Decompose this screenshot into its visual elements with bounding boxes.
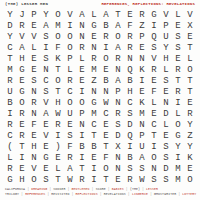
grid-cell: A xyxy=(136,152,148,163)
grid-cell: E xyxy=(184,163,196,174)
grid-cell: P xyxy=(64,54,76,65)
grid-cell: S xyxy=(148,174,160,185)
grid-cell: R xyxy=(172,87,184,98)
grid-cell: E xyxy=(16,163,28,174)
grid-cell: R xyxy=(76,174,88,185)
grid-cell: V xyxy=(28,32,40,43)
grid-cell: O xyxy=(100,54,112,65)
grid-cell: V xyxy=(28,163,40,174)
grid-cell: R xyxy=(76,43,88,54)
grid-cell: R xyxy=(124,32,136,43)
grid-cell: A xyxy=(64,163,76,174)
grid-cell: T xyxy=(52,87,64,98)
grid-cell: R xyxy=(100,32,112,43)
grid-cell: T xyxy=(112,10,124,21)
grid-cell: R xyxy=(64,76,76,87)
grid-cell: R xyxy=(28,98,40,109)
grid-cell: E xyxy=(136,87,148,98)
grid-cell: N xyxy=(28,108,40,119)
word-list-word: GENTLEMEN xyxy=(71,187,89,191)
grid-cell: E xyxy=(172,21,184,32)
grid-cell: Z xyxy=(136,21,148,32)
grid-cell: E xyxy=(52,152,64,163)
grid-cell: O xyxy=(52,76,64,87)
grid-cell: D xyxy=(112,130,124,141)
grid-cell: C xyxy=(88,119,100,130)
grid-cell: O xyxy=(184,174,196,185)
grid-cell: H xyxy=(52,98,64,109)
grid-cell: I xyxy=(148,141,160,152)
grid-cell: Y xyxy=(4,10,16,21)
grid-cell: T xyxy=(52,65,64,76)
grid-cell: E xyxy=(88,152,100,163)
grid-cell: E xyxy=(28,65,40,76)
grid-cell: Y xyxy=(160,43,172,54)
grid-cell: E xyxy=(160,87,172,98)
grid-cell: L xyxy=(76,54,88,65)
grid-cell: A xyxy=(40,21,52,32)
grid-cell: I xyxy=(76,152,88,163)
grid-cell: R xyxy=(4,163,16,174)
grid-cell: F xyxy=(28,119,40,130)
grid-cell: N xyxy=(136,119,148,130)
grid-cell: S xyxy=(64,130,76,141)
grid-cell: A xyxy=(112,76,124,87)
word-list-word: LESSER xyxy=(146,187,158,191)
grid-cell: L xyxy=(160,119,172,130)
grid-cell: N xyxy=(100,87,112,98)
grid-cell: R xyxy=(148,65,160,76)
grid-cell: M xyxy=(172,174,184,185)
grid-cell: I xyxy=(4,108,16,119)
grid-cell: J xyxy=(16,10,28,21)
grid-cell: N xyxy=(76,119,88,130)
grid-cell: N xyxy=(112,152,124,163)
grid-cell: U xyxy=(4,87,16,98)
grid-cell: K xyxy=(136,98,148,109)
grid-cell: M xyxy=(88,108,100,119)
grid-cell: R xyxy=(4,76,16,87)
grid-cell: E xyxy=(124,10,136,21)
grid-cell: V xyxy=(40,98,52,109)
grid-cell: E xyxy=(148,108,160,119)
grid-cell: S xyxy=(172,43,184,54)
grid-cell: O xyxy=(52,10,64,21)
grid-cell: T xyxy=(88,130,100,141)
grid-cell: S xyxy=(160,152,172,163)
grid-cell: X xyxy=(184,21,196,32)
grid-cell: A xyxy=(40,108,52,119)
grid-cell: O xyxy=(28,174,40,185)
grid-cell: T xyxy=(184,43,196,54)
grid-cell: L xyxy=(148,98,160,109)
grid-cell: E xyxy=(16,76,28,87)
grid-cell: I xyxy=(136,76,148,87)
grid-cell: I xyxy=(172,98,184,109)
word-list-line-2: TRILOGY | REFERENCES | REVISITED | REFLE… xyxy=(5,192,195,197)
grid-cell: I xyxy=(88,163,100,174)
grid-cell: E xyxy=(28,130,40,141)
grid-cell: N xyxy=(160,98,172,109)
word-list-word: REVELATIONS xyxy=(104,192,126,196)
grid-cell: O xyxy=(64,98,76,109)
word-list-word: CALIFORNIA xyxy=(5,187,25,191)
grid-cell: D xyxy=(160,108,172,119)
grid-cell: H xyxy=(124,87,136,98)
grid-cell: O xyxy=(148,152,160,163)
grid-cell: S xyxy=(40,54,52,65)
grid-cell: E xyxy=(28,21,40,32)
grid-cell: R xyxy=(88,54,100,65)
grid-cell: L xyxy=(28,43,40,54)
grid-cell: I xyxy=(76,130,88,141)
grid-cell: C xyxy=(148,119,160,130)
grid-cell: E xyxy=(76,65,88,76)
grid-cell: P xyxy=(112,87,124,98)
word-list-word: (THE) xyxy=(130,187,140,191)
grid-cell: T xyxy=(148,130,160,141)
grid-cell: N xyxy=(112,163,124,174)
grid-cell: O xyxy=(172,119,184,130)
grid-cell: Q xyxy=(124,130,136,141)
word-list-word: TRILOGY xyxy=(5,192,19,196)
grid-cell: E xyxy=(88,32,100,43)
grid-cell: S xyxy=(40,174,52,185)
grid-cell: E xyxy=(40,141,52,152)
grid-cell: K xyxy=(52,54,64,65)
grid-cell: W xyxy=(52,108,64,119)
grid-cell: D xyxy=(160,163,172,174)
word-search-grid: YJPYOVALATERGVLVDREAMINGBAFZIPEXYVVSOONE… xyxy=(4,10,196,185)
grid-cell: C xyxy=(4,130,16,141)
grid-cell: B xyxy=(124,152,136,163)
grid-cell: V xyxy=(16,32,28,43)
grid-cell: E xyxy=(100,65,112,76)
grid-cell: R xyxy=(136,10,148,21)
grid-cell: S xyxy=(136,163,148,174)
word-list-word: GHOSTWRITER xyxy=(154,192,176,196)
grid-cell: U xyxy=(160,32,172,43)
grid-cell: R xyxy=(124,43,136,54)
grid-cell: Y xyxy=(184,141,196,152)
grid-cell: N xyxy=(88,87,100,98)
grid-cell: O xyxy=(52,32,64,43)
grid-cell: F xyxy=(52,43,64,54)
grid-cell: I xyxy=(16,152,28,163)
grid-cell: E xyxy=(184,98,196,109)
grid-cell: R xyxy=(16,130,28,141)
grid-cell: O xyxy=(184,65,196,76)
grid-cell: M xyxy=(52,21,64,32)
grid-cell: M xyxy=(136,108,148,119)
grid-cell: C xyxy=(40,76,52,87)
grid-cell: E xyxy=(184,32,196,43)
word-list-word: SOONER xyxy=(53,187,65,191)
grid-cell: W xyxy=(64,174,76,185)
grid-cell: H xyxy=(16,54,28,65)
grid-cell: B xyxy=(100,21,112,32)
grid-cell: T xyxy=(172,76,184,87)
word-list-word: BABIES xyxy=(112,187,124,191)
grid-cell: I xyxy=(88,174,100,185)
grid-cell: R xyxy=(16,21,28,32)
grid-cell: R xyxy=(112,54,124,65)
grid-cell: W xyxy=(136,174,148,185)
grid-cell: E xyxy=(112,174,124,185)
grid-cell: G xyxy=(16,65,28,76)
grid-cell: B xyxy=(4,98,16,109)
grid-cell: V xyxy=(64,10,76,21)
grid-cell: O xyxy=(100,163,112,174)
grid-cell: C xyxy=(64,87,76,98)
grid-cell: C xyxy=(124,98,136,109)
grid-cell: B xyxy=(100,76,112,87)
word-list-word: DREAMING xyxy=(31,187,47,191)
grid-cell: R xyxy=(16,108,28,119)
grid-cell: G xyxy=(16,87,28,98)
grid-cell: O xyxy=(76,98,88,109)
grid-cell: E xyxy=(160,130,172,141)
grid-cell: L xyxy=(172,10,184,21)
grid-cell: G xyxy=(172,130,184,141)
grid-cell: R xyxy=(4,119,16,130)
grid-cell: F xyxy=(100,152,112,163)
grid-cell: C xyxy=(4,43,16,54)
grid-cell: B xyxy=(76,141,88,152)
grid-cell: E xyxy=(100,119,112,130)
grid-cell: R xyxy=(184,108,196,119)
grid-cell: Z xyxy=(184,130,196,141)
grid-cell: P xyxy=(28,10,40,21)
grid-cell: E xyxy=(64,119,76,130)
grid-cell: L xyxy=(184,54,196,65)
grid-cell: Z xyxy=(88,76,100,87)
grid-cell: S xyxy=(160,141,172,152)
grid-cell: G xyxy=(148,10,160,21)
grid-cell: L xyxy=(160,65,172,76)
grid-cell: A xyxy=(112,43,124,54)
grid-cell: T xyxy=(52,174,64,185)
word-list-word: LOTTERY xyxy=(182,192,196,196)
grid-cell: I xyxy=(76,87,88,98)
grid-cell: M xyxy=(172,163,184,174)
grid-cell: P xyxy=(160,21,172,32)
grid-cell: N xyxy=(112,98,124,109)
grid-cell: L xyxy=(64,65,76,76)
grid-cell: E xyxy=(40,119,52,130)
grid-cell: T xyxy=(100,141,112,152)
word-search-poster: (THE) LESSER MEN REFERENCES, REFLECTIONS… xyxy=(0,0,200,200)
word-list-word: SCORE xyxy=(96,187,106,191)
grid-cell: A xyxy=(76,10,88,21)
grid-cell: G xyxy=(88,98,100,109)
grid-cell: R xyxy=(64,152,76,163)
grid-cell: E xyxy=(40,163,52,174)
grid-cell: T xyxy=(76,163,88,174)
grid-cell: T xyxy=(100,174,112,185)
grid-cell: I xyxy=(40,43,52,54)
grid-cell: B xyxy=(88,141,100,152)
grid-cell: G xyxy=(40,152,52,163)
grid-cell: N xyxy=(136,54,148,65)
grid-cell: L xyxy=(88,10,100,21)
grid-cell: A xyxy=(112,21,124,32)
grid-cell: I xyxy=(100,43,112,54)
grid-cell: E xyxy=(16,119,28,130)
grid-cell: K xyxy=(136,65,148,76)
grid-cell: N xyxy=(28,152,40,163)
word-list-word: LINGERIE xyxy=(132,192,148,196)
grid-cell: V xyxy=(184,10,196,21)
grid-cell: E xyxy=(76,76,88,87)
grid-cell: X xyxy=(112,141,124,152)
grid-cell: U xyxy=(136,141,148,152)
grid-cell: K xyxy=(184,152,196,163)
grid-cell: ( xyxy=(4,141,16,152)
grid-cell: Y xyxy=(40,10,52,21)
grid-cell: S xyxy=(28,76,40,87)
grid-cell: L xyxy=(4,152,16,163)
grid-cell: A xyxy=(100,10,112,21)
grid-cell: M xyxy=(88,65,100,76)
grid-cell: Y xyxy=(184,119,196,130)
grid-cell: S xyxy=(160,174,172,185)
grid-cell: T xyxy=(184,76,196,87)
grid-cell: T xyxy=(16,141,28,152)
grid-cell: S xyxy=(112,119,124,130)
grid-cell: S xyxy=(148,43,160,54)
grid-cell: S xyxy=(172,32,184,43)
grid-cell: B xyxy=(124,76,136,87)
grid-cell: N xyxy=(28,87,40,98)
grid-cell: O xyxy=(64,32,76,43)
grid-cell: G xyxy=(88,21,100,32)
grid-cell: S xyxy=(124,108,136,119)
grid-cell: E xyxy=(100,130,112,141)
grid-cell: F xyxy=(124,21,136,32)
grid-cell: D xyxy=(124,119,136,130)
grid-cell: G xyxy=(4,174,16,185)
grid-cell: S xyxy=(160,76,172,87)
grid-cell: R xyxy=(52,119,64,130)
grid-cell: F xyxy=(64,141,76,152)
grid-cell: S xyxy=(40,32,52,43)
word-list-word: REVISITED xyxy=(51,192,69,196)
grid-cell: U xyxy=(64,108,76,119)
grid-cell: N xyxy=(148,163,160,174)
grid-cell: I xyxy=(124,141,136,152)
grid-cell: A xyxy=(16,43,28,54)
grid-cell: I xyxy=(172,152,184,163)
page-title: (THE) LESSER MEN xyxy=(5,2,48,6)
grid-cell: E xyxy=(172,54,184,65)
grid-cell: O xyxy=(16,98,28,109)
grid-cell: E xyxy=(148,76,160,87)
grid-cell: ) xyxy=(52,141,64,152)
grid-cell: I xyxy=(148,21,160,32)
grid-cell: W xyxy=(100,98,112,109)
grid-cell: E xyxy=(136,43,148,54)
grid-cell: F xyxy=(148,87,160,98)
grid-cell: O xyxy=(112,32,124,43)
grid-cell: P xyxy=(136,130,148,141)
grid-cell: O xyxy=(64,43,76,54)
grid-cell: N xyxy=(88,43,100,54)
grid-cell: Q xyxy=(148,32,160,43)
grid-cell: N xyxy=(40,65,52,76)
grid-cell: V xyxy=(148,54,160,65)
word-list-word: REFLECTIONS xyxy=(76,192,98,196)
grid-cell: N xyxy=(76,32,88,43)
grid-cell: Y xyxy=(4,32,16,43)
page-subtitle: REFERENCES, REFLECTIONS: REVELATIONS xyxy=(101,2,195,6)
grid-cell: I xyxy=(52,130,64,141)
grid-cell: L xyxy=(172,108,184,119)
grid-cell: N xyxy=(76,21,88,32)
word-list-word: REFERENCES xyxy=(25,192,45,196)
grid-cell: E xyxy=(28,54,40,65)
grid-cell: Q xyxy=(124,65,136,76)
grid-cell: H xyxy=(28,141,40,152)
grid-cell: P xyxy=(136,32,148,43)
grid-cell: Y xyxy=(172,141,184,152)
grid-cell: R xyxy=(124,174,136,185)
grid-cell: M xyxy=(4,65,16,76)
grid-cell: T xyxy=(4,54,16,65)
grid-cell: H xyxy=(16,174,28,185)
grid-cell: N xyxy=(124,54,136,65)
word-list: CALIFORNIA | DREAMING | SOONER | GENTLEM… xyxy=(5,187,195,197)
grid-cell: V xyxy=(160,10,172,21)
grid-cell: P xyxy=(76,108,88,119)
grid-cell: S xyxy=(124,163,136,174)
grid-cell: R xyxy=(172,65,184,76)
header: (THE) LESSER MEN REFERENCES, REFLECTIONS… xyxy=(5,2,195,6)
grid-cell: I xyxy=(64,21,76,32)
grid-cell: V xyxy=(40,130,52,141)
grid-cell: L xyxy=(52,163,64,174)
grid-cell: S xyxy=(40,87,52,98)
grid-cell: N xyxy=(112,65,124,76)
grid-cell: R xyxy=(112,108,124,119)
grid-cell: C xyxy=(100,108,112,119)
grid-cell: T xyxy=(184,87,196,98)
grid-cell: H xyxy=(160,54,172,65)
grid-cell: D xyxy=(4,21,16,32)
